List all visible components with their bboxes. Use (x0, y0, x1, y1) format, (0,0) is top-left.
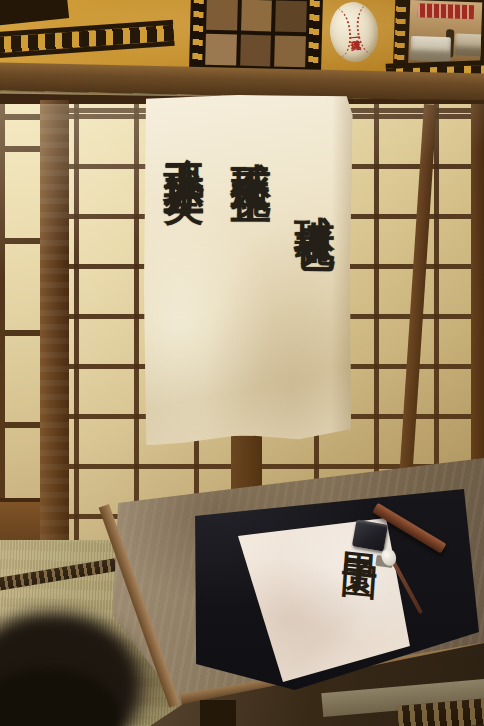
banner-column-right: 球者魂也 (293, 184, 337, 204)
calligraphy-banner: 球者魂也 球不正魂不正 魂正球亦正矣 (142, 93, 353, 446)
mural-dark-graphic (0, 0, 69, 26)
photo-scene: 一球入魂 球者魂也 球不正魂不正 魂正球亦正矣 (0, 0, 484, 726)
collage-photo (205, 34, 236, 66)
collage-photo (241, 0, 272, 31)
collage-photo (206, 0, 237, 30)
film-sprocket-icon (308, 0, 320, 71)
car-in-photo (410, 36, 451, 61)
film-sprocket-icon (192, 0, 204, 68)
collage-photo (274, 36, 305, 68)
ink-stone (352, 519, 388, 551)
banner-column-middle: 球不正魂不正 (230, 131, 274, 161)
baseball-icon: 一球入魂 (327, 0, 381, 64)
baseball-seam-icon (354, 3, 387, 56)
film-strip-icon (0, 20, 175, 58)
car-in-photo (454, 34, 482, 57)
collage-photo (240, 35, 271, 67)
table-leg (200, 700, 236, 726)
wood-post-left (40, 100, 69, 574)
banner-column-left: 魂正球亦正矣 (163, 127, 207, 157)
red-banner-in-photo (418, 3, 474, 19)
photo-collage (189, 0, 323, 74)
collage-photo (275, 1, 306, 33)
car-photo-image (408, 0, 482, 67)
baseball-seam-icon (320, 6, 353, 59)
